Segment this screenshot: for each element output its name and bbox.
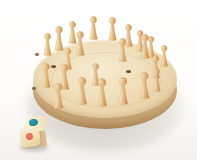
pawn[interactable]	[137, 72, 152, 99]
pawn[interactable]	[116, 38, 129, 62]
color-die[interactable]	[18, 116, 50, 152]
pawn[interactable]	[87, 16, 100, 40]
die-teal-dot	[28, 118, 38, 127]
scene: Wooden memory chess: round beech board w…	[0, 0, 197, 160]
pawn[interactable]	[74, 77, 90, 105]
die-top-face	[18, 116, 49, 131]
pawn[interactable]	[115, 77, 131, 105]
pawn[interactable]	[41, 33, 54, 56]
pawn[interactable]	[51, 83, 66, 109]
pawn[interactable]	[73, 31, 87, 56]
pawn[interactable]	[94, 78, 110, 107]
die-red-dot	[25, 133, 33, 141]
